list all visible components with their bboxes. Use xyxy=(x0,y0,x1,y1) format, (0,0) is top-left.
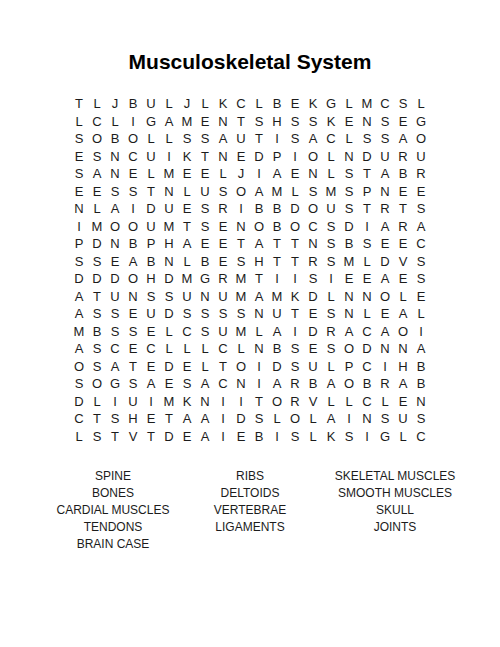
grid-cell-r10c19: V xyxy=(394,253,412,271)
grid-cell-r10c16: M xyxy=(340,253,358,271)
grid-cell-r12c17: N xyxy=(358,288,376,306)
grid-cell-r10c4: A xyxy=(124,253,142,271)
grid-cell-r3c4: O xyxy=(124,130,142,148)
grid-cell-r20c10: E xyxy=(232,428,250,446)
grid-cell-r14c20: I xyxy=(412,323,430,341)
grid-cell-r9c1: P xyxy=(70,235,88,253)
grid-cell-r3c3: B xyxy=(106,130,124,148)
grid-cell-r7c8: S xyxy=(196,200,214,218)
grid-cell-r13c3: S xyxy=(106,305,124,323)
grid-cell-r2c19: E xyxy=(394,113,412,131)
grid-cell-r20c9: I xyxy=(214,428,232,446)
grid-cell-r9c6: H xyxy=(160,235,178,253)
grid-cell-r9c2: D xyxy=(88,235,106,253)
grid-cell-r1c12: B xyxy=(268,95,286,113)
grid-cell-r10c12: T xyxy=(268,253,286,271)
grid-cell-r6c17: P xyxy=(358,183,376,201)
grid-cell-r2c8: E xyxy=(196,113,214,131)
grid-cell-r2c14: S xyxy=(304,113,322,131)
grid-cell-r10c15: S xyxy=(322,253,340,271)
grid-cell-r5c16: S xyxy=(340,165,358,183)
grid-cell-r19c13: O xyxy=(286,410,304,428)
grid-cell-r10c11: H xyxy=(250,253,268,271)
word-list-column-3: SKELETAL MUSCLESSMOOTH MUSCLESSKULLJOINT… xyxy=(300,468,490,536)
grid-cell-r2c2: C xyxy=(88,113,106,131)
grid-cell-r20c3: T xyxy=(106,428,124,446)
grid-cell-r19c10: D xyxy=(232,410,250,428)
grid-cell-r4c3: N xyxy=(106,148,124,166)
grid-cell-r16c6: D xyxy=(160,358,178,376)
grid-cell-r9c16: B xyxy=(340,235,358,253)
grid-cell-r10c6: N xyxy=(160,253,178,271)
grid-cell-r17c19: A xyxy=(394,375,412,393)
grid-cell-r19c17: N xyxy=(358,410,376,428)
grid-cell-r7c6: U xyxy=(160,200,178,218)
grid-cell-r17c12: A xyxy=(268,375,286,393)
grid-cell-r19c16: I xyxy=(340,410,358,428)
grid-cell-r2c12: H xyxy=(268,113,286,131)
grid-cell-r15c16: O xyxy=(340,340,358,358)
grid-cell-r11c3: D xyxy=(106,270,124,288)
grid-cell-r18c3: I xyxy=(106,393,124,411)
grid-cell-r4c1: E xyxy=(70,148,88,166)
grid-cell-r14c17: C xyxy=(358,323,376,341)
grid-cell-r14c18: A xyxy=(376,323,394,341)
grid-cell-r15c17: D xyxy=(358,340,376,358)
grid-cell-r7c1: N xyxy=(70,200,88,218)
grid-cell-r5c12: A xyxy=(268,165,286,183)
grid-cell-r11c4: O xyxy=(124,270,142,288)
grid-cell-r8c1: I xyxy=(70,218,88,236)
grid-cell-r4c13: I xyxy=(286,148,304,166)
grid-cell-r11c20: S xyxy=(412,270,430,288)
grid-cell-r14c8: S xyxy=(196,323,214,341)
grid-cell-r6c2: E xyxy=(88,183,106,201)
grid-cell-r17c10: N xyxy=(232,375,250,393)
grid-cell-r11c6: D xyxy=(160,270,178,288)
grid-cell-r11c2: D xyxy=(88,270,106,288)
grid-cell-r10c9: E xyxy=(214,253,232,271)
grid-cell-r18c17: C xyxy=(358,393,376,411)
grid-cell-r4c17: D xyxy=(358,148,376,166)
grid-cell-r12c9: U xyxy=(214,288,232,306)
grid-cell-r2c11: S xyxy=(250,113,268,131)
grid-cell-r11c19: E xyxy=(394,270,412,288)
grid-cell-r9c12: T xyxy=(268,235,286,253)
grid-cell-r2c13: S xyxy=(286,113,304,131)
grid-cell-r5c1: S xyxy=(70,165,88,183)
grid-cell-r15c10: L xyxy=(232,340,250,358)
grid-cell-r14c11: L xyxy=(250,323,268,341)
grid-cell-r10c14: R xyxy=(304,253,322,271)
grid-cell-r17c5: A xyxy=(142,375,160,393)
grid-cell-r13c4: E xyxy=(124,305,142,323)
grid-cell-r16c20: B xyxy=(412,358,430,376)
grid-cell-r6c14: S xyxy=(304,183,322,201)
grid-cell-r13c19: A xyxy=(394,305,412,323)
grid-cell-r18c6: M xyxy=(160,393,178,411)
grid-cell-r12c8: N xyxy=(196,288,214,306)
grid-cell-r6c18: N xyxy=(376,183,394,201)
grid-cell-r13c5: U xyxy=(142,305,160,323)
word-list-column-2: RIBSDELTOIDSVERTEBRAELIGAMENTS xyxy=(195,468,305,536)
grid-cell-r11c18: A xyxy=(376,270,394,288)
word-item: CARDIAL MUSCLES xyxy=(28,502,198,519)
grid-cell-r13c11: N xyxy=(250,305,268,323)
grid-cell-r9c15: S xyxy=(322,235,340,253)
grid-cell-r4c9: N xyxy=(214,148,232,166)
grid-cell-r3c6: L xyxy=(160,130,178,148)
grid-cell-r5c6: M xyxy=(160,165,178,183)
grid-cell-r14c3: S xyxy=(106,323,124,341)
grid-cell-r7c3: A xyxy=(106,200,124,218)
grid-cell-r6c11: A xyxy=(250,183,268,201)
grid-cell-r1c13: E xyxy=(286,95,304,113)
grid-cell-r17c14: B xyxy=(304,375,322,393)
grid-cell-r6c12: M xyxy=(268,183,286,201)
grid-cell-r7c18: R xyxy=(376,200,394,218)
grid-cell-r1c2: L xyxy=(88,95,106,113)
grid-cell-r5c4: E xyxy=(124,165,142,183)
grid-cell-r8c19: R xyxy=(394,218,412,236)
grid-cell-r10c20: S xyxy=(412,253,430,271)
grid-cell-r9c10: T xyxy=(232,235,250,253)
grid-cell-r15c15: S xyxy=(322,340,340,358)
grid-cell-r2c16: E xyxy=(340,113,358,131)
grid-cell-r1c6: L xyxy=(160,95,178,113)
grid-cell-r12c12: M xyxy=(268,288,286,306)
grid-cell-r10c17: L xyxy=(358,253,376,271)
word-list: SPINEBONESCARDIAL MUSCLESTENDONSBRAIN CA… xyxy=(0,468,500,578)
grid-cell-r7c11: B xyxy=(250,200,268,218)
grid-cell-r14c15: R xyxy=(322,323,340,341)
grid-cell-r5c5: L xyxy=(142,165,160,183)
grid-cell-r4c8: T xyxy=(196,148,214,166)
grid-cell-r8c14: C xyxy=(304,218,322,236)
grid-cell-r20c19: L xyxy=(394,428,412,446)
grid-cell-r12c6: S xyxy=(160,288,178,306)
grid-cell-r17c18: R xyxy=(376,375,394,393)
grid-cell-r20c13: S xyxy=(286,428,304,446)
grid-cell-r4c14: O xyxy=(304,148,322,166)
grid-cell-r2c15: K xyxy=(322,113,340,131)
grid-cell-r18c16: L xyxy=(340,393,358,411)
grid-cell-r4c6: I xyxy=(160,148,178,166)
grid-cell-r6c10: O xyxy=(232,183,250,201)
grid-cell-r5c9: L xyxy=(214,165,232,183)
grid-cell-r16c9: T xyxy=(214,358,232,376)
grid-cell-r18c15: L xyxy=(322,393,340,411)
grid-cell-r7c14: O xyxy=(304,200,322,218)
grid-cell-r1c8: L xyxy=(196,95,214,113)
grid-cell-r16c13: S xyxy=(286,358,304,376)
grid-cell-r4c15: L xyxy=(322,148,340,166)
grid-cell-r12c3: U xyxy=(106,288,124,306)
grid-cell-r8c7: T xyxy=(178,218,196,236)
grid-cell-r10c7: L xyxy=(178,253,196,271)
grid-cell-r6c16: S xyxy=(340,183,358,201)
grid-cell-r12c16: N xyxy=(340,288,358,306)
grid-cell-r11c11: T xyxy=(250,270,268,288)
grid-cell-r3c12: I xyxy=(268,130,286,148)
grid-cell-r19c8: A xyxy=(196,410,214,428)
grid-cell-r16c7: E xyxy=(178,358,196,376)
grid-cell-r19c9: I xyxy=(214,410,232,428)
grid-cell-r16c14: U xyxy=(304,358,322,376)
grid-cell-r10c1: S xyxy=(70,253,88,271)
grid-cell-r15c19: N xyxy=(394,340,412,358)
grid-cell-r14c12: A xyxy=(268,323,286,341)
grid-cell-r5c2: A xyxy=(88,165,106,183)
grid-cell-r13c20: L xyxy=(412,305,430,323)
grid-cell-r11c8: G xyxy=(196,270,214,288)
grid-cell-r19c11: S xyxy=(250,410,268,428)
grid-cell-r3c9: A xyxy=(214,130,232,148)
grid-cell-r16c10: O xyxy=(232,358,250,376)
grid-cell-r6c19: E xyxy=(394,183,412,201)
grid-cell-r15c13: S xyxy=(286,340,304,358)
grid-cell-r19c1: C xyxy=(70,410,88,428)
grid-cell-r2c6: A xyxy=(160,113,178,131)
grid-cell-r17c8: A xyxy=(196,375,214,393)
grid-cell-r20c2: S xyxy=(88,428,106,446)
grid-cell-r4c11: D xyxy=(250,148,268,166)
grid-cell-r16c3: A xyxy=(106,358,124,376)
grid-cell-r16c12: D xyxy=(268,358,286,376)
grid-cell-r15c5: C xyxy=(142,340,160,358)
grid-cell-r10c10: S xyxy=(232,253,250,271)
grid-cell-r1c4: B xyxy=(124,95,142,113)
word-item: TENDONS xyxy=(28,519,198,536)
grid-cell-r19c3: S xyxy=(106,410,124,428)
grid-cell-r9c9: E xyxy=(214,235,232,253)
grid-cell-r14c6: L xyxy=(160,323,178,341)
grid-cell-r20c20: C xyxy=(412,428,430,446)
grid-cell-r14c1: M xyxy=(70,323,88,341)
grid-cell-r7c9: R xyxy=(214,200,232,218)
grid-cell-r9c19: E xyxy=(394,235,412,253)
grid-cell-r15c1: A xyxy=(70,340,88,358)
grid-cell-r18c5: I xyxy=(142,393,160,411)
grid-cell-r16c15: L xyxy=(322,358,340,376)
grid-cell-r17c2: O xyxy=(88,375,106,393)
grid-cell-r12c7: U xyxy=(178,288,196,306)
grid-cell-r20c18: G xyxy=(376,428,394,446)
grid-cell-r13c1: A xyxy=(70,305,88,323)
grid-cell-r19c18: S xyxy=(376,410,394,428)
grid-cell-r13c9: S xyxy=(214,305,232,323)
grid-cell-r17c16: O xyxy=(340,375,358,393)
grid-cell-r2c7: M xyxy=(178,113,196,131)
grid-cell-r8c17: I xyxy=(358,218,376,236)
grid-cell-r14c10: M xyxy=(232,323,250,341)
grid-cell-r4c16: N xyxy=(340,148,358,166)
grid-cell-r15c4: E xyxy=(124,340,142,358)
grid-cell-r16c5: E xyxy=(142,358,160,376)
grid-cell-r3c19: A xyxy=(394,130,412,148)
grid-cell-r18c19: E xyxy=(394,393,412,411)
grid-cell-r16c1: O xyxy=(70,358,88,376)
grid-cell-r6c3: S xyxy=(106,183,124,201)
grid-cell-r7c10: I xyxy=(232,200,250,218)
grid-cell-r5c20: R xyxy=(412,165,430,183)
word-search-page: Musculoskeletal System TLJBULJLKCLBEKGLM… xyxy=(0,0,500,647)
grid-cell-r6c13: L xyxy=(286,183,304,201)
grid-cell-r9c18: E xyxy=(376,235,394,253)
grid-cell-r19c6: T xyxy=(160,410,178,428)
grid-cell-r2c18: S xyxy=(376,113,394,131)
grid-cell-r20c12: I xyxy=(268,428,286,446)
grid-cell-r20c8: A xyxy=(196,428,214,446)
grid-cell-r17c11: I xyxy=(250,375,268,393)
grid-cell-r9c20: C xyxy=(412,235,430,253)
grid-cell-r15c8: L xyxy=(196,340,214,358)
grid-cell-r8c4: O xyxy=(124,218,142,236)
grid-cell-r15c14: E xyxy=(304,340,322,358)
grid-cell-r19c2: T xyxy=(88,410,106,428)
grid-cell-r16c18: I xyxy=(376,358,394,376)
grid-cell-r8c10: N xyxy=(232,218,250,236)
grid-cell-r8c11: O xyxy=(250,218,268,236)
grid-cell-r10c3: E xyxy=(106,253,124,271)
grid-cell-r9c5: P xyxy=(142,235,160,253)
grid-cell-r20c11: B xyxy=(250,428,268,446)
grid-cell-r12c18: O xyxy=(376,288,394,306)
grid-cell-r14c9: U xyxy=(214,323,232,341)
grid-cell-r15c6: L xyxy=(160,340,178,358)
grid-cell-r18c7: K xyxy=(178,393,196,411)
grid-cell-r5c13: E xyxy=(286,165,304,183)
grid-cell-r3c11: T xyxy=(250,130,268,148)
grid-cell-r12c11: A xyxy=(250,288,268,306)
grid-cell-r1c17: M xyxy=(358,95,376,113)
grid-cell-r8c18: A xyxy=(376,218,394,236)
word-item: SKULL xyxy=(300,502,490,519)
grid-cell-r7c2: L xyxy=(88,200,106,218)
grid-cell-r15c7: L xyxy=(178,340,196,358)
grid-cell-r14c7: C xyxy=(178,323,196,341)
grid-cell-r13c7: S xyxy=(178,305,196,323)
grid-cell-r17c20: B xyxy=(412,375,430,393)
grid-cell-r13c18: E xyxy=(376,305,394,323)
grid-cell-r1c9: K xyxy=(214,95,232,113)
grid-cell-r14c19: O xyxy=(394,323,412,341)
grid-cell-r6c1: E xyxy=(70,183,88,201)
grid-cell-r1c18: C xyxy=(376,95,394,113)
grid-cell-r19c5: E xyxy=(142,410,160,428)
grid-cell-r9c7: A xyxy=(178,235,196,253)
grid-cell-r20c16: S xyxy=(340,428,358,446)
grid-cell-r6c5: T xyxy=(142,183,160,201)
word-item: RIBS xyxy=(195,468,305,485)
grid-cell-r7c5: D xyxy=(142,200,160,218)
grid-cell-r2c9: N xyxy=(214,113,232,131)
grid-cell-r4c2: S xyxy=(88,148,106,166)
grid-cell-r9c11: A xyxy=(250,235,268,253)
grid-cell-r4c19: R xyxy=(394,148,412,166)
grid-cell-r11c7: M xyxy=(178,270,196,288)
grid-cell-r19c20: S xyxy=(412,410,430,428)
grid-cell-r19c14: L xyxy=(304,410,322,428)
grid-cell-r3c7: S xyxy=(178,130,196,148)
grid-cell-r5c11: I xyxy=(250,165,268,183)
grid-cell-r9c3: N xyxy=(106,235,124,253)
grid-cell-r1c19: S xyxy=(394,95,412,113)
grid-cell-r1c1: T xyxy=(70,95,88,113)
word-item: VERTEBRAE xyxy=(195,502,305,519)
grid-cell-r5c7: E xyxy=(178,165,196,183)
grid-cell-r11c13: I xyxy=(286,270,304,288)
grid-cell-r6c7: L xyxy=(178,183,196,201)
grid-cell-r3c2: O xyxy=(88,130,106,148)
word-item: LIGAMENTS xyxy=(195,519,305,536)
grid-cell-r18c4: U xyxy=(124,393,142,411)
grid-cell-r8c13: O xyxy=(286,218,304,236)
grid-cell-r6c20: E xyxy=(412,183,430,201)
grid-cell-r18c14: V xyxy=(304,393,322,411)
grid-cell-r1c15: G xyxy=(322,95,340,113)
grid-cell-r12c20: E xyxy=(412,288,430,306)
grid-cell-r14c14: D xyxy=(304,323,322,341)
grid-cell-r5c10: J xyxy=(232,165,250,183)
grid-cell-r14c2: B xyxy=(88,323,106,341)
grid-cell-r12c19: L xyxy=(394,288,412,306)
grid-cell-r5c8: E xyxy=(196,165,214,183)
grid-cell-r4c12: P xyxy=(268,148,286,166)
grid-cell-r9c14: N xyxy=(304,235,322,253)
grid-cell-r8c2: M xyxy=(88,218,106,236)
grid-cell-r18c8: N xyxy=(196,393,214,411)
grid-cell-r15c9: C xyxy=(214,340,232,358)
grid-cell-r20c17: I xyxy=(358,428,376,446)
grid-cell-r8c6: M xyxy=(160,218,178,236)
grid-cell-r7c7: E xyxy=(178,200,196,218)
grid-cell-r1c20: L xyxy=(412,95,430,113)
grid-cell-r17c13: R xyxy=(286,375,304,393)
grid-cell-r8c12: B xyxy=(268,218,286,236)
word-list-column-1: SPINEBONESCARDIAL MUSCLESTENDONSBRAIN CA… xyxy=(28,468,198,553)
grid-cell-r18c2: L xyxy=(88,393,106,411)
grid-cell-r16c16: P xyxy=(340,358,358,376)
grid-cell-r8c8: S xyxy=(196,218,214,236)
grid-cell-r11c5: H xyxy=(142,270,160,288)
word-item: JOINTS xyxy=(300,519,490,536)
grid-cell-r12c4: N xyxy=(124,288,142,306)
grid-cell-r4c20: U xyxy=(412,148,430,166)
grid-cell-r17c6: E xyxy=(160,375,178,393)
grid-cell-r16c2: S xyxy=(88,358,106,376)
grid-cell-r1c16: L xyxy=(340,95,358,113)
grid-cell-r8c5: U xyxy=(142,218,160,236)
grid-cell-r15c18: N xyxy=(376,340,394,358)
grid-cell-r3c17: S xyxy=(358,130,376,148)
grid-cell-r4c5: U xyxy=(142,148,160,166)
grid-cell-r10c13: T xyxy=(286,253,304,271)
grid-cell-r11c10: M xyxy=(232,270,250,288)
grid-cell-r15c3: C xyxy=(106,340,124,358)
grid-cell-r4c10: E xyxy=(232,148,250,166)
grid-cell-r12c1: A xyxy=(70,288,88,306)
grid-cell-r8c3: O xyxy=(106,218,124,236)
grid-cell-r9c4: B xyxy=(124,235,142,253)
grid-cell-r17c7: S xyxy=(178,375,196,393)
grid-cell-r13c2: S xyxy=(88,305,106,323)
word-item: SKELETAL MUSCLES xyxy=(300,468,490,485)
grid-cell-r20c6: D xyxy=(160,428,178,446)
grid-cell-r18c1: D xyxy=(70,393,88,411)
grid-cell-r7c17: T xyxy=(358,200,376,218)
grid-cell-r16c19: H xyxy=(394,358,412,376)
